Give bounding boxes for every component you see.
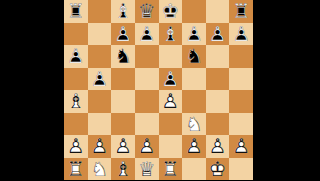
piece-black-rook[interactable]: ♜♖ xyxy=(64,0,88,23)
square-h8[interactable]: ♜♖ xyxy=(229,0,253,23)
piece-white-bishop[interactable]: ♝♗ xyxy=(111,158,135,181)
square-b2[interactable]: ♟♙ xyxy=(88,135,112,158)
square-b5[interactable]: ♟♙ xyxy=(88,68,112,91)
square-h5[interactable] xyxy=(229,68,253,91)
piece-white-pawn[interactable]: ♟♙ xyxy=(206,135,230,158)
piece-glyph-outline: ♗ xyxy=(111,158,135,181)
piece-glyph-outline: ♔ xyxy=(159,0,183,23)
piece-white-pawn[interactable]: ♟♙ xyxy=(111,135,135,158)
piece-black-pawn[interactable]: ♟♙ xyxy=(88,68,112,91)
square-c8[interactable]: ♝♗ xyxy=(111,0,135,23)
piece-glyph-outline: ♙ xyxy=(64,45,88,68)
square-a8[interactable]: ♜♖ xyxy=(64,0,88,23)
piece-glyph-outline: ♙ xyxy=(206,23,230,46)
square-f1[interactable] xyxy=(182,158,206,181)
piece-black-queen[interactable]: ♛♕ xyxy=(135,0,159,23)
piece-black-rook[interactable]: ♜♖ xyxy=(229,0,253,23)
piece-white-knight[interactable]: ♞♘ xyxy=(182,113,206,136)
piece-glyph-outline: ♘ xyxy=(182,113,206,136)
piece-white-pawn[interactable]: ♟♙ xyxy=(135,135,159,158)
square-b1[interactable]: ♞♘ xyxy=(88,158,112,181)
piece-black-knight[interactable]: ♞♘ xyxy=(182,45,206,68)
square-c6[interactable]: ♞♘ xyxy=(111,45,135,68)
square-g3[interactable] xyxy=(206,113,230,136)
square-b6[interactable] xyxy=(88,45,112,68)
piece-glyph-outline: ♙ xyxy=(135,135,159,158)
piece-glyph-outline: ♙ xyxy=(182,23,206,46)
square-h3[interactable] xyxy=(229,113,253,136)
piece-glyph-outline: ♖ xyxy=(64,158,88,181)
square-c3[interactable] xyxy=(111,113,135,136)
square-e7[interactable]: ♝♗ xyxy=(159,23,183,46)
square-f6[interactable]: ♞♘ xyxy=(182,45,206,68)
square-d1[interactable]: ♛♕ xyxy=(135,158,159,181)
piece-glyph-outline: ♙ xyxy=(206,135,230,158)
piece-glyph-outline: ♙ xyxy=(111,135,135,158)
piece-black-bishop[interactable]: ♝♗ xyxy=(111,0,135,23)
piece-glyph-outline: ♘ xyxy=(111,45,135,68)
square-h6[interactable] xyxy=(229,45,253,68)
square-e6[interactable] xyxy=(159,45,183,68)
square-h7[interactable]: ♟♙ xyxy=(229,23,253,46)
piece-black-pawn[interactable]: ♟♙ xyxy=(135,23,159,46)
square-f7[interactable]: ♟♙ xyxy=(182,23,206,46)
square-h4[interactable] xyxy=(229,90,253,113)
piece-black-pawn[interactable]: ♟♙ xyxy=(182,23,206,46)
square-e4[interactable]: ♟♙ xyxy=(159,90,183,113)
square-b3[interactable] xyxy=(88,113,112,136)
square-f8[interactable] xyxy=(182,0,206,23)
piece-glyph-outline: ♘ xyxy=(182,45,206,68)
square-b7[interactable] xyxy=(88,23,112,46)
piece-glyph-outline: ♙ xyxy=(159,90,183,113)
piece-black-pawn[interactable]: ♟♙ xyxy=(159,68,183,91)
square-h2[interactable]: ♟♙ xyxy=(229,135,253,158)
square-a3[interactable] xyxy=(64,113,88,136)
square-e3[interactable] xyxy=(159,113,183,136)
square-g6[interactable] xyxy=(206,45,230,68)
square-a5[interactable] xyxy=(64,68,88,91)
square-f4[interactable] xyxy=(182,90,206,113)
piece-glyph-outline: ♗ xyxy=(159,23,183,46)
square-c1[interactable]: ♝♗ xyxy=(111,158,135,181)
piece-black-king[interactable]: ♚♔ xyxy=(159,0,183,23)
square-e2[interactable] xyxy=(159,135,183,158)
square-f5[interactable] xyxy=(182,68,206,91)
square-a7[interactable] xyxy=(64,23,88,46)
square-g5[interactable] xyxy=(206,68,230,91)
piece-white-bishop[interactable]: ♝♗ xyxy=(64,90,88,113)
piece-white-queen[interactable]: ♛♕ xyxy=(135,158,159,181)
piece-glyph-outline: ♙ xyxy=(111,23,135,46)
piece-glyph-outline: ♕ xyxy=(135,0,159,23)
piece-glyph-outline: ♙ xyxy=(229,23,253,46)
piece-glyph-outline: ♙ xyxy=(88,68,112,91)
square-b8[interactable] xyxy=(88,0,112,23)
piece-black-pawn[interactable]: ♟♙ xyxy=(64,45,88,68)
piece-white-pawn[interactable]: ♟♙ xyxy=(229,135,253,158)
piece-glyph-outline: ♔ xyxy=(206,158,230,181)
square-g2[interactable]: ♟♙ xyxy=(206,135,230,158)
square-d2[interactable]: ♟♙ xyxy=(135,135,159,158)
piece-white-knight[interactable]: ♞♘ xyxy=(88,158,112,181)
square-d4[interactable] xyxy=(135,90,159,113)
square-d6[interactable] xyxy=(135,45,159,68)
piece-glyph-outline: ♖ xyxy=(229,0,253,23)
piece-black-pawn[interactable]: ♟♙ xyxy=(111,23,135,46)
square-d7[interactable]: ♟♙ xyxy=(135,23,159,46)
square-b4[interactable] xyxy=(88,90,112,113)
piece-white-king[interactable]: ♚♔ xyxy=(206,158,230,181)
square-f2[interactable]: ♟♙ xyxy=(182,135,206,158)
square-e8[interactable]: ♚♔ xyxy=(159,0,183,23)
square-e5[interactable]: ♟♙ xyxy=(159,68,183,91)
piece-glyph-outline: ♙ xyxy=(229,135,253,158)
piece-glyph-outline: ♘ xyxy=(88,158,112,181)
square-g1[interactable]: ♚♔ xyxy=(206,158,230,181)
square-a6[interactable]: ♟♙ xyxy=(64,45,88,68)
square-h1[interactable] xyxy=(229,158,253,181)
piece-white-rook[interactable]: ♜♖ xyxy=(159,158,183,181)
piece-white-rook[interactable]: ♜♖ xyxy=(64,158,88,181)
piece-glyph-outline: ♗ xyxy=(64,90,88,113)
piece-white-pawn[interactable]: ♟♙ xyxy=(64,135,88,158)
piece-black-pawn[interactable]: ♟♙ xyxy=(229,23,253,46)
square-g8[interactable] xyxy=(206,0,230,23)
piece-glyph-outline: ♕ xyxy=(135,158,159,181)
square-a1[interactable]: ♜♖ xyxy=(64,158,88,181)
square-g7[interactable]: ♟♙ xyxy=(206,23,230,46)
chess-board: ♜♖♝♗♛♕♚♔♜♖♟♙♟♙♝♗♟♙♟♙♟♙♟♙♞♘♞♘♟♙♟♙♝♗♟♙♞♘♟♙… xyxy=(64,0,253,180)
piece-white-pawn[interactable]: ♟♙ xyxy=(88,135,112,158)
square-c5[interactable] xyxy=(111,68,135,91)
piece-glyph-outline: ♙ xyxy=(64,135,88,158)
piece-glyph-outline: ♙ xyxy=(88,135,112,158)
square-c7[interactable]: ♟♙ xyxy=(111,23,135,46)
piece-black-pawn[interactable]: ♟♙ xyxy=(206,23,230,46)
square-f3[interactable]: ♞♘ xyxy=(182,113,206,136)
piece-glyph-outline: ♗ xyxy=(111,0,135,23)
square-a2[interactable]: ♟♙ xyxy=(64,135,88,158)
square-e1[interactable]: ♜♖ xyxy=(159,158,183,181)
piece-glyph-outline: ♙ xyxy=(159,68,183,91)
piece-glyph-outline: ♖ xyxy=(64,0,88,23)
piece-glyph-outline: ♙ xyxy=(182,135,206,158)
app-background: ♜♖♝♗♛♕♚♔♜♖♟♙♟♙♝♗♟♙♟♙♟♙♟♙♞♘♞♘♟♙♟♙♝♗♟♙♞♘♟♙… xyxy=(0,0,320,180)
square-d3[interactable] xyxy=(135,113,159,136)
piece-glyph-outline: ♙ xyxy=(135,23,159,46)
piece-black-knight[interactable]: ♞♘ xyxy=(111,45,135,68)
square-d8[interactable]: ♛♕ xyxy=(135,0,159,23)
square-d5[interactable] xyxy=(135,68,159,91)
piece-glyph-outline: ♖ xyxy=(159,158,183,181)
square-g4[interactable] xyxy=(206,90,230,113)
square-a4[interactable]: ♝♗ xyxy=(64,90,88,113)
piece-white-pawn[interactable]: ♟♙ xyxy=(159,90,183,113)
piece-black-bishop[interactable]: ♝♗ xyxy=(159,23,183,46)
square-c2[interactable]: ♟♙ xyxy=(111,135,135,158)
square-c4[interactable] xyxy=(111,90,135,113)
piece-white-pawn[interactable]: ♟♙ xyxy=(182,135,206,158)
